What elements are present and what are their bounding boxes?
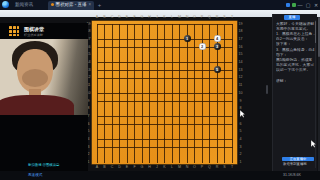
window-controls: — ▢ ✕ — [297, 0, 319, 10]
stream-subtitle: 职业棋手讲解 — [24, 33, 43, 37]
browser-extension-icon[interactable] — [286, 3, 290, 7]
coord-label-right: 2 — [238, 152, 244, 156]
coord-label-right: 5 — [238, 129, 244, 133]
coord-label-right: 16 — [238, 45, 244, 49]
coord-label-right: 10 — [238, 91, 244, 95]
browser-extension-icon[interactable] — [292, 3, 296, 7]
commentary-line: 以记一下这个次序。 — [276, 68, 315, 73]
coord-label-top: M — [177, 15, 183, 19]
coord-label-top: E — [124, 15, 130, 19]
coord-label-top: T — [229, 15, 235, 19]
coord-label-top: P — [199, 15, 205, 19]
coord-label-top: F — [132, 15, 138, 19]
stone-black-R16[interactable]: 3 — [214, 43, 221, 50]
status-left-text[interactable]: 高速模式 — [28, 173, 42, 177]
coord-label-top: G — [139, 15, 145, 19]
coord-label-top: S — [222, 15, 228, 19]
go-board-intersections[interactable]: 12345 — [93, 20, 236, 166]
coord-label-top: H — [147, 15, 153, 19]
tab-close-icon[interactable]: × — [89, 2, 92, 7]
stone-white-P16[interactable]: 2 — [199, 43, 206, 50]
browser-tab-active[interactable]: 围棋对弈 - 直播× — [48, 1, 94, 10]
stone-white-R17[interactable]: 4 — [214, 35, 221, 42]
mouse-cursor — [311, 140, 317, 148]
coord-label-right: 3 — [238, 145, 244, 149]
live-tab-chip[interactable]: 直播 — [284, 15, 300, 20]
coord-label-right: 9 — [238, 99, 244, 103]
commentary-line: 讲解： — [276, 79, 315, 84]
coord-label-right: 11 — [238, 83, 244, 87]
stream-title: 围棋讲堂 — [24, 26, 44, 32]
coord-label-top: K — [162, 15, 168, 19]
stream-logo-grid-icon — [9, 26, 20, 37]
new-tab-button[interactable]: + — [96, 2, 103, 9]
coord-label-top: N — [184, 15, 190, 19]
weibo-watermark: 新浪微博 @围棋讲堂 — [28, 163, 60, 167]
live-status-subtext: 欢迎来到直播间 — [283, 162, 317, 166]
coord-label-top: R — [214, 15, 220, 19]
panel-collapse-handle[interactable] — [266, 85, 268, 94]
coord-label-right: 1 — [238, 160, 244, 164]
coord-label-right: 12 — [238, 75, 244, 79]
mouse-cursor — [240, 110, 246, 118]
maximize-button[interactable]: ▢ — [305, 2, 311, 8]
browser-tab-bar: 新闻资讯 围棋对弈 - 直播× + — ▢ ✕ — [0, 0, 320, 10]
coord-label-right: 4 — [238, 137, 244, 141]
coord-label-top: J — [154, 15, 160, 19]
stone-black-R13[interactable]: 5 — [214, 66, 221, 73]
coord-label-top: C — [109, 15, 115, 19]
live-status-badge[interactable]: 正在直播中 — [282, 157, 314, 162]
coord-label-top: O — [192, 15, 198, 19]
stone-black-N17[interactable]: 1 — [184, 35, 191, 42]
webcam-view — [0, 39, 88, 115]
coord-label-right: 18 — [238, 29, 244, 33]
coord-label-top: B — [102, 15, 108, 19]
streamer-shirt — [0, 95, 74, 115]
browser-tab-inactive[interactable]: 新闻资讯 — [12, 1, 46, 10]
coord-label-right: 6 — [238, 122, 244, 126]
tab-favicon — [51, 3, 54, 6]
coord-label-top: L — [169, 15, 175, 19]
close-button[interactable]: ✕ — [313, 2, 319, 8]
coord-label-top: A — [94, 15, 100, 19]
status-right-text: 31.1K/8.6K — [283, 173, 301, 177]
tab-label: 围棋对弈 - 直播 — [56, 2, 87, 7]
streamer-face-shadow — [22, 69, 48, 87]
coord-label-right: 13 — [238, 68, 244, 72]
browser-status-bar — [0, 171, 320, 180]
browser-logo-icon[interactable] — [2, 1, 9, 8]
coord-label-right: 19 — [238, 22, 244, 26]
coord-label-right: 14 — [238, 60, 244, 64]
minimize-button[interactable]: — — [297, 2, 303, 8]
coord-label-top: D — [117, 15, 123, 19]
coord-label-top: Q — [207, 15, 213, 19]
coord-label-right: 15 — [238, 52, 244, 56]
coord-label-right: 17 — [238, 37, 244, 41]
